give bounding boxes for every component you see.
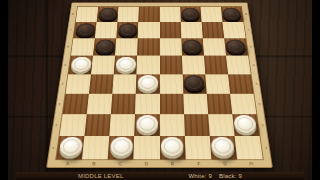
rank-label-right-8: 8 [243,6,250,22]
square-h2[interactable] [232,114,259,136]
square-g7[interactable] [201,22,224,38]
square-d5[interactable] [137,56,160,74]
square-a2[interactable] [60,114,87,136]
file-labels: ABCDEFGH [54,160,265,167]
file-label-a: A [54,160,81,167]
square-h6[interactable] [224,39,248,56]
table-background: 87654321 87654321 ABCDEFGH MIDDLE LEVEL … [8,0,312,180]
white-piece[interactable] [234,115,258,133]
square-f3[interactable] [183,93,208,114]
square-b4[interactable] [89,74,114,93]
square-d8[interactable] [139,7,160,22]
square-f2[interactable] [184,114,210,136]
game-screen: 87654321 87654321 ABCDEFGH MIDDLE LEVEL … [0,0,320,180]
white-piece[interactable] [110,137,133,156]
square-f5[interactable] [182,56,205,74]
white-piece[interactable] [136,115,158,133]
square-a6[interactable] [71,39,95,56]
letterbox-right [312,0,320,180]
square-h3[interactable] [230,93,256,114]
square-c3[interactable] [111,93,136,114]
square-b8[interactable] [97,7,119,22]
square-g6[interactable] [203,39,226,56]
square-e6[interactable] [160,39,182,56]
square-d1[interactable] [134,136,160,159]
file-label-c: C [107,160,134,167]
square-h5[interactable] [226,56,251,74]
file-label-b: B [80,160,107,167]
square-e4[interactable] [160,74,183,93]
square-g4[interactable] [205,74,230,93]
rank-label-right-7: 7 [245,22,252,38]
square-c6[interactable] [115,39,138,56]
black-piece[interactable] [225,39,246,53]
square-d4[interactable] [136,74,159,93]
square-b7[interactable] [95,22,118,38]
white-piece[interactable] [115,57,136,72]
black-piece-count: Black: 9 [219,172,242,180]
square-c1[interactable] [108,136,135,159]
black-piece[interactable] [181,8,200,21]
square-a7[interactable] [73,22,96,38]
difficulty-level-label: MIDDLE LEVEL [16,172,123,180]
board-grid [55,6,264,160]
square-g2[interactable] [208,114,235,136]
square-b2[interactable] [85,114,112,136]
square-a3[interactable] [63,93,89,114]
checkers-board: 87654321 87654321 ABCDEFGH [46,2,273,168]
square-f8[interactable] [180,7,202,22]
file-label-d: D [133,160,159,167]
square-h1[interactable] [234,136,262,159]
black-piece[interactable] [75,23,95,36]
square-g8[interactable] [200,7,222,22]
black-piece[interactable] [182,39,202,53]
square-b6[interactable] [93,39,116,56]
file-label-g: G [212,160,239,167]
white-piece[interactable] [161,137,184,156]
square-d3[interactable] [135,93,159,114]
square-e3[interactable] [160,93,184,114]
file-label-e: E [160,160,186,167]
white-piece[interactable] [70,57,92,72]
square-e7[interactable] [160,22,182,38]
file-label-h: H [238,160,265,167]
square-g3[interactable] [206,93,232,114]
white-piece[interactable] [58,137,83,156]
square-h7[interactable] [222,22,245,38]
black-piece[interactable] [95,39,115,53]
square-a4[interactable] [66,74,92,93]
black-piece[interactable] [222,8,242,21]
square-c8[interactable] [118,7,140,22]
white-piece[interactable] [211,137,235,156]
square-d7[interactable] [138,22,160,38]
square-c5[interactable] [114,56,137,74]
square-a8[interactable] [76,7,99,22]
letterbox-left [0,0,8,180]
square-f1[interactable] [184,136,211,159]
square-a5[interactable] [68,56,93,74]
black-piece[interactable] [118,23,137,36]
black-piece[interactable] [98,8,117,21]
square-e8[interactable] [160,7,181,22]
square-b1[interactable] [82,136,109,159]
square-f6[interactable] [181,39,204,56]
square-b3[interactable] [87,93,113,114]
black-piece[interactable] [184,75,205,91]
square-a1[interactable] [56,136,84,159]
square-b5[interactable] [91,56,115,74]
piece-counts: White: 9 Black: 9 [188,172,304,180]
file-label-f: F [186,160,213,167]
square-h4[interactable] [228,74,254,93]
white-piece[interactable] [138,75,159,91]
square-g1[interactable] [209,136,236,159]
square-e2[interactable] [160,114,185,136]
square-d2[interactable] [135,114,160,136]
square-d6[interactable] [137,39,159,56]
square-c2[interactable] [110,114,136,136]
status-bar: MIDDLE LEVEL White: 9 Black: 9 [16,172,304,180]
square-f4[interactable] [182,74,206,93]
square-c4[interactable] [113,74,137,93]
white-piece-count: White: 9 [188,172,212,180]
square-e1[interactable] [160,136,186,159]
square-g5[interactable] [204,56,228,74]
square-e5[interactable] [160,56,183,74]
square-h8[interactable] [221,7,244,22]
square-f7[interactable] [180,22,202,38]
square-c7[interactable] [116,22,138,38]
